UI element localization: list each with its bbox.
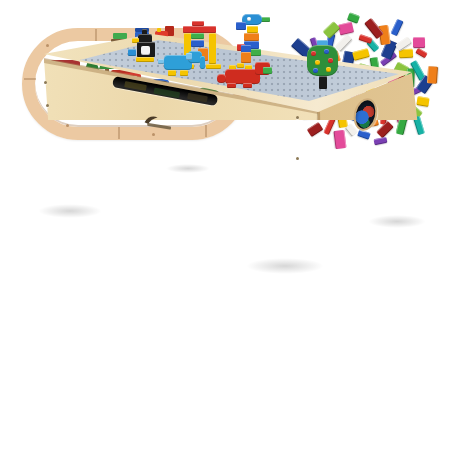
lego-brick — [168, 70, 176, 76]
lego-brick — [237, 63, 244, 68]
lego-brick — [324, 49, 329, 54]
lego-brick — [328, 58, 333, 63]
lego-brick — [200, 56, 205, 69]
lego-brick — [241, 52, 251, 63]
lego-brick — [315, 60, 320, 65]
lego-brick — [247, 17, 251, 21]
lego-brick — [307, 45, 338, 76]
lego-brick — [191, 40, 204, 47]
product-collage — [0, 0, 460, 460]
lego-brick — [209, 33, 216, 64]
lego-brick — [263, 67, 272, 74]
activity-table-photo — [0, 0, 460, 120]
lego-brick — [191, 33, 204, 39]
lego-brick — [313, 68, 318, 73]
lego-brick — [217, 74, 226, 83]
lego-brick — [319, 76, 327, 89]
lego-brick — [141, 46, 150, 55]
lego-brick — [186, 53, 192, 60]
lego-brick — [180, 70, 188, 76]
lego-brick — [206, 64, 221, 69]
lego-brick — [128, 49, 136, 56]
lego-builds — [0, 0, 460, 290]
lego-brick — [227, 83, 236, 88]
lego-brick — [244, 33, 259, 41]
lego-brick — [326, 67, 331, 72]
lego-brick — [136, 57, 154, 62]
lego-brick — [243, 83, 252, 88]
lego-brick — [236, 22, 246, 30]
lego-brick — [183, 26, 216, 33]
lego-brick — [261, 17, 270, 22]
lego-brick — [247, 26, 258, 33]
lego-brick — [311, 51, 316, 56]
